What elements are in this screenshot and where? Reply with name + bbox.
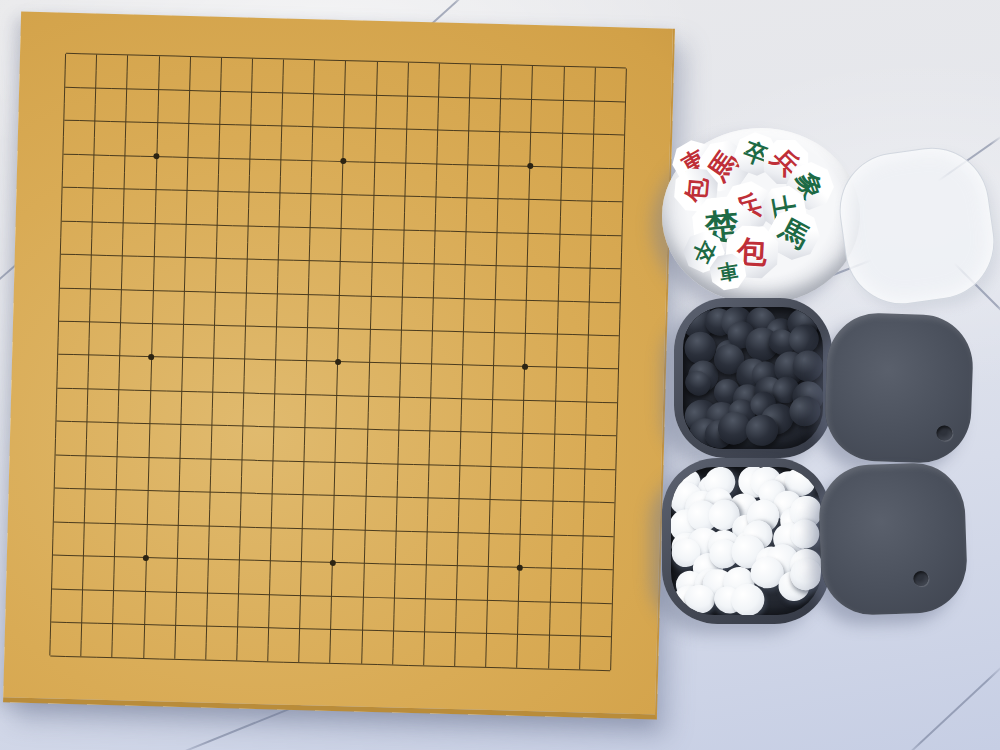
board-intersection[interactable] <box>287 478 319 512</box>
board-intersection[interactable] <box>234 142 266 176</box>
board-intersection[interactable] <box>294 244 326 278</box>
board-intersection[interactable] <box>255 544 287 578</box>
board-intersection[interactable] <box>228 376 260 410</box>
board-intersection[interactable] <box>577 151 609 185</box>
board-intersection[interactable] <box>79 104 111 138</box>
board-intersection[interactable] <box>204 74 236 108</box>
board-intersection[interactable] <box>354 312 386 346</box>
board-intersection[interactable] <box>255 511 287 545</box>
board-intersection[interactable] <box>446 382 478 416</box>
board-intersection[interactable] <box>511 283 543 317</box>
board-intersection[interactable] <box>376 648 408 682</box>
board-intersection[interactable] <box>133 440 165 474</box>
board-intersection[interactable] <box>105 306 137 340</box>
board-intersection[interactable] <box>449 248 481 282</box>
board-intersection[interactable] <box>542 284 574 318</box>
board-intersection[interactable] <box>566 552 598 586</box>
board-intersection[interactable] <box>100 506 132 540</box>
board-intersection[interactable] <box>111 71 143 105</box>
black-stone-bowl[interactable] <box>674 298 832 458</box>
board-intersection[interactable] <box>264 176 296 210</box>
board-intersection[interactable] <box>74 305 106 339</box>
board-intersection[interactable] <box>101 473 133 507</box>
board-intersection[interactable] <box>107 239 139 273</box>
board-intersection[interactable] <box>166 341 198 375</box>
board-intersection[interactable] <box>49 70 81 104</box>
board-intersection[interactable] <box>480 282 512 316</box>
board-intersection[interactable] <box>37 505 69 539</box>
board-intersection[interactable] <box>99 540 131 574</box>
board-intersection[interactable] <box>361 44 393 78</box>
board-intersection[interactable] <box>291 344 323 378</box>
board-intersection[interactable] <box>43 304 75 338</box>
board-intersection[interactable] <box>565 586 597 620</box>
board-intersection[interactable] <box>471 617 503 651</box>
board-intersection[interactable] <box>455 47 487 81</box>
board-intersection[interactable] <box>443 482 475 516</box>
board-intersection[interactable] <box>392 45 424 79</box>
board-intersection[interactable] <box>81 37 113 71</box>
board-intersection[interactable] <box>540 351 572 385</box>
board-intersection[interactable] <box>197 342 229 376</box>
board-intersection[interactable] <box>288 444 320 478</box>
board-intersection[interactable] <box>577 117 609 151</box>
board-intersection[interactable] <box>222 577 254 611</box>
board-intersection[interactable] <box>573 284 605 318</box>
board-intersection[interactable] <box>195 442 227 476</box>
board-intersection[interactable] <box>349 513 381 547</box>
board-intersection[interactable] <box>384 346 416 380</box>
board-intersection[interactable] <box>568 485 600 519</box>
board-intersection[interactable] <box>345 647 377 681</box>
board-intersection[interactable] <box>353 346 385 380</box>
board-intersection[interactable] <box>601 419 633 453</box>
board-intersection[interactable] <box>610 51 642 85</box>
board-intersection[interactable] <box>507 417 539 451</box>
board-intersection[interactable] <box>328 111 360 145</box>
board-intersection[interactable] <box>133 407 165 441</box>
board-intersection[interactable] <box>569 418 601 452</box>
board-intersection[interactable] <box>351 413 383 447</box>
board-intersection[interactable] <box>423 80 455 114</box>
board-intersection[interactable] <box>472 583 504 617</box>
board-intersection[interactable] <box>442 515 474 549</box>
board-intersection[interactable] <box>473 550 505 584</box>
board-intersection[interactable] <box>421 146 453 180</box>
board-intersection[interactable] <box>441 549 473 583</box>
board-intersection[interactable] <box>98 573 130 607</box>
board-intersection[interactable] <box>386 280 418 314</box>
board-intersection[interactable] <box>293 277 325 311</box>
board-intersection[interactable] <box>190 643 222 677</box>
board-intersection[interactable] <box>165 408 197 442</box>
board-intersection[interactable] <box>476 416 508 450</box>
board-intersection[interactable] <box>34 639 66 673</box>
board-intersection[interactable] <box>297 110 329 144</box>
board-intersection[interactable] <box>351 446 383 480</box>
board-intersection[interactable] <box>317 546 349 580</box>
board-intersection[interactable] <box>131 507 163 541</box>
board-intersection[interactable] <box>412 481 444 515</box>
board-intersection[interactable] <box>480 249 512 283</box>
board-intersection[interactable] <box>252 644 284 678</box>
board-intersection[interactable] <box>163 475 195 509</box>
board-intersection[interactable] <box>80 71 112 105</box>
board-intersection[interactable] <box>45 204 77 238</box>
board-intersection[interactable] <box>532 652 564 686</box>
board-intersection[interactable] <box>607 185 639 219</box>
board-intersection[interactable] <box>452 147 484 181</box>
board-intersection[interactable] <box>315 613 347 647</box>
board-intersection[interactable] <box>314 646 346 680</box>
board-intersection[interactable] <box>391 112 423 146</box>
janggi-piece-bowl[interactable]: 車馬卒兵象包兵士楚馬包卒車 <box>662 128 860 304</box>
board-intersection[interactable] <box>544 183 576 217</box>
board-intersection[interactable] <box>259 377 291 411</box>
board-intersection[interactable] <box>537 451 569 485</box>
board-intersection[interactable] <box>109 138 141 172</box>
board-intersection[interactable] <box>470 650 502 684</box>
board-intersection[interactable] <box>170 207 202 241</box>
board-intersection[interactable] <box>172 107 204 141</box>
board-intersection[interactable] <box>504 550 536 584</box>
board-intersection[interactable] <box>378 581 410 615</box>
board-intersection[interactable] <box>38 471 70 505</box>
board-intersection[interactable] <box>140 139 172 173</box>
board-intersection[interactable] <box>538 417 570 451</box>
board-intersection[interactable] <box>258 410 290 444</box>
board-intersection[interactable] <box>545 150 577 184</box>
board-intersection[interactable] <box>603 319 635 353</box>
board-intersection[interactable] <box>298 76 330 110</box>
board-intersection[interactable] <box>318 512 350 546</box>
board-intersection[interactable] <box>414 414 446 448</box>
board-intersection[interactable] <box>448 315 480 349</box>
board-intersection[interactable] <box>235 108 267 142</box>
board-intersection[interactable] <box>409 582 441 616</box>
board-intersection[interactable] <box>474 483 506 517</box>
board-intersection[interactable] <box>192 542 224 576</box>
board-intersection[interactable] <box>320 412 352 446</box>
board-intersection[interactable] <box>597 553 629 587</box>
board-intersection[interactable] <box>237 41 269 75</box>
board-intersection[interactable] <box>40 404 72 438</box>
board-intersection[interactable] <box>319 445 351 479</box>
board-intersection[interactable] <box>65 639 97 673</box>
board-intersection[interactable] <box>36 538 68 572</box>
board-intersection[interactable] <box>599 486 631 520</box>
board-intersection[interactable] <box>139 206 171 240</box>
board-intersection[interactable] <box>141 106 173 140</box>
board-intersection[interactable] <box>202 174 234 208</box>
board-intersection[interactable] <box>46 170 78 204</box>
board-intersection[interactable] <box>35 605 67 639</box>
board-intersection[interactable] <box>512 249 544 283</box>
board-intersection[interactable] <box>324 278 356 312</box>
board-intersection[interactable] <box>358 178 390 212</box>
board-intersection[interactable] <box>78 138 110 172</box>
board-intersection[interactable] <box>296 143 328 177</box>
board-intersection[interactable] <box>295 177 327 211</box>
board-intersection[interactable] <box>440 616 472 650</box>
board-intersection[interactable] <box>227 409 259 443</box>
board-intersection[interactable] <box>108 205 140 239</box>
board-intersection[interactable] <box>39 438 71 472</box>
board-intersection[interactable] <box>453 114 485 148</box>
board-intersection[interactable] <box>137 273 169 307</box>
board-intersection[interactable] <box>172 140 204 174</box>
board-intersection[interactable] <box>97 607 129 641</box>
board-intersection[interactable] <box>326 211 358 245</box>
board-intersection[interactable] <box>503 584 535 618</box>
board-intersection[interactable] <box>287 511 319 545</box>
board-intersection[interactable] <box>164 441 196 475</box>
board-intersection[interactable] <box>200 241 232 275</box>
board-intersection[interactable] <box>76 204 108 238</box>
board-intersection[interactable] <box>165 374 197 408</box>
board-intersection[interactable] <box>478 349 510 383</box>
board-intersection[interactable] <box>66 606 98 640</box>
board-intersection[interactable] <box>473 516 505 550</box>
board-intersection[interactable] <box>570 385 602 419</box>
board-intersection[interactable] <box>563 653 595 687</box>
board-intersection[interactable] <box>230 275 262 309</box>
board-intersection[interactable] <box>578 84 610 118</box>
board-intersection[interactable] <box>512 216 544 250</box>
board-intersection[interactable] <box>352 379 384 413</box>
board-intersection[interactable] <box>479 315 511 349</box>
board-intersection[interactable] <box>319 479 351 513</box>
board-intersection[interactable] <box>579 50 611 84</box>
board-intersection[interactable] <box>262 276 294 310</box>
board-intersection[interactable] <box>534 585 566 619</box>
board-intersection[interactable] <box>501 651 533 685</box>
board-intersection[interactable] <box>224 510 256 544</box>
board-intersection[interactable] <box>423 46 455 80</box>
board-intersection[interactable] <box>330 44 362 78</box>
board-intersection[interactable] <box>290 377 322 411</box>
board-intersection[interactable] <box>266 109 298 143</box>
board-intersection[interactable] <box>505 517 537 551</box>
go-board[interactable] <box>3 12 675 720</box>
board-intersection[interactable] <box>416 347 448 381</box>
board-intersection[interactable] <box>261 310 293 344</box>
board-intersection[interactable] <box>292 311 324 345</box>
board-intersection[interactable] <box>533 618 565 652</box>
board-intersection[interactable] <box>510 316 542 350</box>
board-intersection[interactable] <box>409 615 441 649</box>
board-intersection[interactable] <box>173 73 205 107</box>
board-intersection[interactable] <box>516 82 548 116</box>
board-intersection[interactable] <box>102 406 134 440</box>
board-intersection[interactable] <box>321 378 353 412</box>
board-intersection[interactable] <box>194 475 226 509</box>
board-intersection[interactable] <box>135 340 167 374</box>
board-intersection[interactable] <box>267 76 299 110</box>
board-intersection[interactable] <box>387 246 419 280</box>
white-stone-bowl[interactable] <box>662 458 830 624</box>
board-intersection[interactable] <box>161 542 193 576</box>
board-intersection[interactable] <box>506 450 538 484</box>
board-intersection[interactable] <box>294 210 326 244</box>
board-intersection[interactable] <box>229 342 261 376</box>
board-intersection[interactable] <box>571 351 603 385</box>
board-intersection[interactable] <box>508 383 540 417</box>
board-intersection[interactable] <box>193 509 225 543</box>
board-intersection[interactable] <box>357 212 389 246</box>
board-intersection[interactable] <box>389 179 421 213</box>
board-intersection[interactable] <box>75 271 107 305</box>
board-intersection[interactable] <box>602 386 634 420</box>
board-intersection[interactable] <box>359 111 391 145</box>
board-intersection[interactable] <box>569 452 601 486</box>
board-intersection[interactable] <box>101 440 133 474</box>
board-intersection[interactable] <box>327 144 359 178</box>
board-intersection[interactable] <box>127 641 159 675</box>
board-intersection[interactable] <box>143 39 175 73</box>
board-intersection[interactable] <box>204 107 236 141</box>
board-intersection[interactable] <box>196 408 228 442</box>
board-intersection[interactable] <box>572 318 604 352</box>
board-intersection[interactable] <box>391 79 423 113</box>
board-intersection[interactable] <box>567 519 599 553</box>
board-intersection[interactable] <box>67 573 99 607</box>
board-intersection[interactable] <box>600 453 632 487</box>
board-intersection[interactable] <box>348 546 380 580</box>
board-intersection[interactable] <box>231 242 263 276</box>
board-intersection[interactable] <box>103 373 135 407</box>
board-intersection[interactable] <box>50 36 82 70</box>
board-intersection[interactable] <box>596 586 628 620</box>
board-intersection[interactable] <box>225 476 257 510</box>
board-intersection[interactable] <box>575 218 607 252</box>
board-intersection[interactable] <box>595 620 627 654</box>
board-intersection[interactable] <box>69 472 101 506</box>
board-intersection[interactable] <box>171 173 203 207</box>
board-intersection[interactable] <box>482 182 514 216</box>
board-intersection[interactable] <box>72 372 104 406</box>
board-intersection[interactable] <box>104 339 136 373</box>
board-intersection[interactable] <box>221 644 253 678</box>
board-intersection[interactable] <box>410 548 442 582</box>
board-intersection[interactable] <box>439 649 471 683</box>
board-intersection[interactable] <box>325 244 357 278</box>
board-intersection[interactable] <box>382 447 414 481</box>
board-intersection[interactable] <box>445 415 477 449</box>
board-intersection[interactable] <box>256 477 288 511</box>
board-intersection[interactable] <box>226 443 258 477</box>
board-intersection[interactable] <box>205 40 237 74</box>
board-intersection[interactable] <box>191 576 223 610</box>
board-intersection[interactable] <box>168 274 200 308</box>
board-intersection[interactable] <box>299 43 331 77</box>
board-intersection[interactable] <box>132 474 164 508</box>
white-bowl-lid[interactable] <box>817 461 968 616</box>
board-intersection[interactable] <box>283 645 315 679</box>
board-intersection[interactable] <box>263 209 295 243</box>
board-intersection[interactable] <box>380 514 412 548</box>
board-intersection[interactable] <box>254 577 286 611</box>
board-intersection[interactable] <box>360 78 392 112</box>
board-intersection[interactable] <box>385 313 417 347</box>
board-intersection[interactable] <box>44 271 76 305</box>
board-intersection[interactable] <box>595 653 627 687</box>
board-intersection[interactable] <box>535 551 567 585</box>
board-intersection[interactable] <box>285 578 317 612</box>
board-intersection[interactable] <box>223 543 255 577</box>
board-intersection[interactable] <box>129 574 161 608</box>
board-intersection[interactable] <box>70 439 102 473</box>
board-intersection[interactable] <box>483 148 515 182</box>
board-intersection[interactable] <box>358 145 390 179</box>
board-intersection[interactable] <box>576 184 608 218</box>
board-intersection[interactable] <box>605 252 637 286</box>
board-intersection[interactable] <box>257 444 289 478</box>
board-intersection[interactable] <box>574 251 606 285</box>
board-intersection[interactable] <box>316 579 348 613</box>
board-intersection[interactable] <box>159 608 191 642</box>
board-intersection[interactable] <box>547 83 579 117</box>
board-intersection[interactable] <box>47 137 79 171</box>
board-intersection[interactable] <box>346 613 378 647</box>
board-intersection[interactable] <box>134 373 166 407</box>
board-intersection[interactable] <box>286 545 318 579</box>
board-intersection[interactable] <box>422 113 454 147</box>
board-intersection[interactable] <box>419 213 451 247</box>
black-bowl-lid[interactable] <box>823 311 974 464</box>
board-intersection[interactable] <box>408 648 440 682</box>
board-intersection[interactable] <box>48 103 80 137</box>
board-intersection[interactable] <box>260 343 292 377</box>
board-intersection[interactable] <box>383 413 415 447</box>
board-intersection[interactable] <box>138 240 170 274</box>
board-intersection[interactable] <box>485 81 517 115</box>
board-intersection[interactable] <box>513 182 545 216</box>
board-intersection[interactable] <box>598 519 630 553</box>
board-intersection[interactable] <box>609 84 641 118</box>
board-intersection[interactable] <box>44 237 76 271</box>
board-intersection[interactable] <box>110 105 142 139</box>
board-intersection[interactable] <box>411 515 443 549</box>
board-intersection[interactable] <box>418 247 450 281</box>
board-intersection[interactable] <box>36 572 68 606</box>
board-intersection[interactable] <box>444 448 476 482</box>
board-intersection[interactable] <box>326 178 358 212</box>
board-intersection[interactable] <box>451 181 483 215</box>
board-intersection[interactable] <box>130 541 162 575</box>
board-intersection[interactable] <box>486 48 518 82</box>
board-intersection[interactable] <box>160 575 192 609</box>
board-intersection[interactable] <box>517 49 549 83</box>
board-intersection[interactable] <box>355 279 387 313</box>
board-intersection[interactable] <box>68 539 100 573</box>
board-intersection[interactable] <box>609 118 641 152</box>
board-intersection[interactable] <box>71 405 103 439</box>
board-intersection[interactable] <box>265 142 297 176</box>
board-intersection[interactable] <box>447 348 479 382</box>
board-intersection[interactable] <box>112 38 144 72</box>
board-intersection[interactable] <box>416 314 448 348</box>
board-intersection[interactable] <box>475 449 507 483</box>
board-intersection[interactable] <box>481 215 513 249</box>
board-intersection[interactable] <box>158 642 190 676</box>
board-intersection[interactable] <box>347 580 379 614</box>
board-intersection[interactable] <box>203 141 235 175</box>
board-intersection[interactable] <box>140 173 172 207</box>
board-intersection[interactable] <box>222 610 254 644</box>
board-intersection[interactable] <box>322 345 354 379</box>
board-intersection[interactable] <box>108 172 140 206</box>
